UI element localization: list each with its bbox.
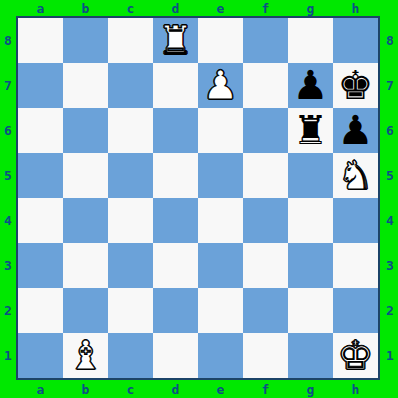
square-b4[interactable] <box>63 198 108 243</box>
file-label: d <box>153 0 198 16</box>
piece-white-knight[interactable]: ♞ <box>338 153 374 198</box>
square-h1[interactable]: ♚ <box>333 333 378 378</box>
file-label: f <box>243 0 288 16</box>
square-b3[interactable] <box>63 243 108 288</box>
piece-white-king[interactable]: ♚ <box>338 333 374 378</box>
square-d8[interactable]: ♜ <box>153 18 198 63</box>
piece-black-pawn[interactable]: ♟ <box>293 63 329 108</box>
piece-black-king[interactable]: ♚ <box>338 63 374 108</box>
square-a1[interactable] <box>18 333 63 378</box>
square-d3[interactable] <box>153 243 198 288</box>
square-e6[interactable] <box>198 108 243 153</box>
rank-label: 3 <box>0 243 16 288</box>
file-label: c <box>108 0 153 16</box>
square-f1[interactable] <box>243 333 288 378</box>
square-c5[interactable] <box>108 153 153 198</box>
square-g4[interactable] <box>288 198 333 243</box>
rank-label: 8 <box>0 18 16 63</box>
square-c6[interactable] <box>108 108 153 153</box>
square-f4[interactable] <box>243 198 288 243</box>
file-label: b <box>63 0 108 16</box>
rank-label: 7 <box>0 63 16 108</box>
piece-white-bishop[interactable]: ♝ <box>68 333 104 378</box>
square-c4[interactable] <box>108 198 153 243</box>
square-f6[interactable] <box>243 108 288 153</box>
rank-label: 2 <box>0 288 16 333</box>
square-b5[interactable] <box>63 153 108 198</box>
square-f5[interactable] <box>243 153 288 198</box>
square-d7[interactable] <box>153 63 198 108</box>
square-f3[interactable] <box>243 243 288 288</box>
square-h3[interactable] <box>333 243 378 288</box>
piece-black-rook[interactable]: ♜ <box>293 108 329 153</box>
square-a5[interactable] <box>18 153 63 198</box>
file-label: f <box>243 381 288 397</box>
file-label: a <box>18 0 63 16</box>
square-g8[interactable] <box>288 18 333 63</box>
file-labels-bottom: abcdefgh <box>18 381 378 397</box>
square-e2[interactable] <box>198 288 243 333</box>
square-b1[interactable]: ♝ <box>63 333 108 378</box>
piece-white-rook[interactable]: ♜ <box>158 18 194 63</box>
rank-label: 5 <box>382 153 398 198</box>
file-labels-top: abcdefgh <box>18 0 378 16</box>
square-g3[interactable] <box>288 243 333 288</box>
rank-label: 6 <box>0 108 16 153</box>
rank-label: 2 <box>382 288 398 333</box>
rank-label: 1 <box>0 333 16 378</box>
square-e1[interactable] <box>198 333 243 378</box>
rank-label: 1 <box>382 333 398 378</box>
square-h2[interactable] <box>333 288 378 333</box>
file-label: g <box>288 381 333 397</box>
square-a4[interactable] <box>18 198 63 243</box>
rank-label: 3 <box>382 243 398 288</box>
rank-label: 7 <box>382 63 398 108</box>
square-g6[interactable]: ♜ <box>288 108 333 153</box>
rank-label: 5 <box>0 153 16 198</box>
file-label: h <box>333 0 378 16</box>
piece-white-pawn[interactable]: ♟ <box>203 63 239 108</box>
square-h4[interactable] <box>333 198 378 243</box>
square-g7[interactable]: ♟ <box>288 63 333 108</box>
square-b7[interactable] <box>63 63 108 108</box>
rank-label: 4 <box>0 198 16 243</box>
square-d4[interactable] <box>153 198 198 243</box>
square-d2[interactable] <box>153 288 198 333</box>
square-c8[interactable] <box>108 18 153 63</box>
rank-labels-right: 87654321 <box>382 18 398 378</box>
square-f7[interactable] <box>243 63 288 108</box>
square-c7[interactable] <box>108 63 153 108</box>
square-g5[interactable] <box>288 153 333 198</box>
file-label: e <box>198 381 243 397</box>
square-c3[interactable] <box>108 243 153 288</box>
square-d1[interactable] <box>153 333 198 378</box>
file-label: d <box>153 381 198 397</box>
square-c2[interactable] <box>108 288 153 333</box>
piece-black-pawn[interactable]: ♟ <box>338 108 374 153</box>
square-d5[interactable] <box>153 153 198 198</box>
square-e8[interactable] <box>198 18 243 63</box>
square-a6[interactable] <box>18 108 63 153</box>
square-a2[interactable] <box>18 288 63 333</box>
square-b2[interactable] <box>63 288 108 333</box>
rank-labels-left: 87654321 <box>0 18 16 378</box>
square-h8[interactable] <box>333 18 378 63</box>
square-b6[interactable] <box>63 108 108 153</box>
square-f2[interactable] <box>243 288 288 333</box>
square-d6[interactable] <box>153 108 198 153</box>
square-g1[interactable] <box>288 333 333 378</box>
square-h5[interactable]: ♞ <box>333 153 378 198</box>
square-e4[interactable] <box>198 198 243 243</box>
square-c1[interactable] <box>108 333 153 378</box>
file-label: a <box>18 381 63 397</box>
square-a3[interactable] <box>18 243 63 288</box>
square-a8[interactable] <box>18 18 63 63</box>
square-e7[interactable]: ♟ <box>198 63 243 108</box>
file-label: g <box>288 0 333 16</box>
square-h7[interactable]: ♚ <box>333 63 378 108</box>
square-h6[interactable]: ♟ <box>333 108 378 153</box>
rank-label: 4 <box>382 198 398 243</box>
square-a7[interactable] <box>18 63 63 108</box>
square-f8[interactable] <box>243 18 288 63</box>
rank-label: 6 <box>382 108 398 153</box>
square-b8[interactable] <box>63 18 108 63</box>
file-label: b <box>63 381 108 397</box>
rank-label: 8 <box>382 18 398 63</box>
file-label: h <box>333 381 378 397</box>
square-e3[interactable] <box>198 243 243 288</box>
square-g2[interactable] <box>288 288 333 333</box>
square-e5[interactable] <box>198 153 243 198</box>
file-label: c <box>108 381 153 397</box>
chessboard-frame: abcdefgh abcdefgh 87654321 87654321 ♜♟♟♚… <box>0 0 398 398</box>
board: ♜♟♟♚♜♟♞♝♚ <box>16 16 380 380</box>
file-label: e <box>198 0 243 16</box>
